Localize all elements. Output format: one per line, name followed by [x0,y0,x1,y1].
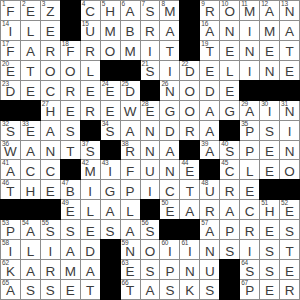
cell-letter: E [41,185,60,199]
cell-letter: S [1,125,20,139]
grid-cell[interactable]: I [240,240,259,259]
cell-letter: U [141,165,160,179]
cell-letter: T [81,284,100,298]
cell-letter: E [61,105,80,119]
cell-letter: E [220,85,239,99]
black-square [101,280,120,299]
grid-cell[interactable]: 20E [1,61,20,80]
grid-cell[interactable]: S [280,220,299,239]
cell-letter: S [260,265,279,279]
grid-cell[interactable]: T [61,141,80,160]
grid-cell[interactable]: E [21,81,40,100]
grid-cell[interactable]: S [61,121,80,140]
grid-cell[interactable]: R [220,180,239,199]
grid-cell[interactable]: M [61,260,80,279]
grid-cell[interactable]: 1F [1,1,20,20]
grid-cell[interactable]: 14I [1,21,20,40]
grid-cell[interactable]: 10O [220,1,239,20]
grid-cell[interactable]: 54A [21,220,40,239]
cell-letter: S [141,5,160,19]
cell-letter: M [81,165,100,179]
cell-letter: D [180,65,199,79]
grid-cell[interactable]: A [121,220,140,239]
grid-cell[interactable]: C [41,160,60,179]
black-square [280,180,299,199]
grid-cell[interactable]: 34S [101,121,120,140]
cell-letter: O [101,45,120,59]
grid-cell[interactable]: 5H [101,1,120,20]
grid-cell[interactable]: A [180,200,199,219]
black-square [101,61,120,80]
grid-cell[interactable]: C [21,160,40,179]
grid-cell[interactable]: T [280,41,299,60]
grid-cell[interactable]: R [180,121,199,140]
cell-letter: R [121,145,140,159]
cell-letter: P [1,225,20,239]
grid-cell[interactable]: E [101,101,120,120]
grid-cell[interactable]: S [200,280,219,299]
grid-cell[interactable]: S [21,280,40,299]
grid-cell[interactable]: 43I [101,160,120,179]
black-square [180,141,199,160]
grid-cell[interactable]: 38R [121,141,140,160]
cell-letter: I [160,65,179,79]
grid-cell[interactable]: M [260,21,279,40]
grid-cell[interactable]: A [141,280,160,299]
cell-letter: S [141,265,160,279]
grid-cell[interactable]: E [260,160,279,179]
grid-cell[interactable]: U [141,160,160,179]
cell-letter: S [260,125,279,139]
cell-letter: C [41,85,60,99]
grid-cell[interactable]: O [101,41,120,60]
cell-letter: N [180,265,199,279]
grid-cell[interactable]: S [220,240,239,259]
black-square [180,41,199,60]
grid-cell[interactable]: S [101,220,120,239]
grid-cell[interactable]: M [101,21,120,40]
grid-cell[interactable]: B [121,21,140,40]
cell-letter: I [240,65,259,79]
grid-cell[interactable]: 17F [1,41,20,60]
black-square [41,200,60,219]
cell-letter: E [121,265,140,279]
cell-letter: E [61,205,80,219]
grid-cell[interactable]: 67P [240,280,259,299]
grid-cell[interactable]: C [41,81,60,100]
grid-cell[interactable]: 56S [141,220,160,239]
grid-cell[interactable]: D [200,81,219,100]
grid-cell[interactable]: 31N [280,101,299,120]
grid-cell[interactable]: 60I [160,240,179,259]
grid-cell[interactable]: 36W [1,141,20,160]
grid-cell[interactable]: 61I [180,240,199,259]
grid-cell[interactable]: 33E [21,121,40,140]
grid-cell[interactable]: 48U [200,180,219,199]
cell-letter: R [280,284,299,298]
cell-letter: M [260,25,279,39]
grid-cell[interactable]: 35P [240,121,259,140]
grid-cell[interactable]: 16A [200,21,219,40]
grid-cell[interactable]: 44E [180,160,199,179]
cell-letter: F [61,45,80,59]
grid-cell[interactable]: R [81,41,100,60]
cell-letter: T [280,245,299,259]
grid-cell[interactable]: I [81,180,100,199]
grid-cell[interactable]: R [200,200,219,219]
cell-letter: N [220,25,239,39]
cell-letter: C [240,205,259,219]
grid-cell[interactable]: R [61,81,80,100]
grid-cell[interactable]: A [200,101,219,120]
grid-cell[interactable]: A [220,200,239,219]
cell-letter: S [260,245,279,259]
grid-cell[interactable]: N [180,260,199,279]
grid-cell[interactable]: T [280,240,299,259]
grid-cell[interactable]: N [160,160,179,179]
cell-letter: A [200,25,219,39]
grid-cell[interactable]: A [61,240,80,259]
cell-letter: N [280,145,299,159]
grid-cell[interactable]: 24E [101,81,120,100]
cell-letter: N [280,105,299,119]
cell-letter: S [81,145,100,159]
grid-cell[interactable]: R [280,280,299,299]
grid-cell[interactable]: 23D [1,81,20,100]
cell-letter: E [200,65,219,79]
cell-letter: T [61,145,80,159]
grid-cell[interactable]: 7S [141,1,160,20]
grid-cell[interactable]: S [41,280,60,299]
cell-letter: U [200,185,219,199]
black-square [1,101,20,120]
grid-cell[interactable]: 18F [61,41,80,60]
cell-letter: L [81,205,100,219]
grid-cell[interactable]: 64S [240,260,259,279]
black-square [141,81,160,100]
cell-letter: A [240,105,259,119]
grid-cell[interactable]: E [260,141,279,160]
grid-cell[interactable]: I [240,61,259,80]
grid-cell[interactable]: A [200,121,219,140]
cell-letter: O [280,165,299,179]
grid-cell[interactable]: N [141,141,160,160]
grid-cell[interactable]: A [160,141,179,160]
grid-cell[interactable]: 25D [121,81,140,100]
grid-cell[interactable]: I [141,180,160,199]
cell-letter: H [41,105,60,119]
cell-letter: R [81,45,100,59]
grid-cell[interactable]: N [240,41,259,60]
grid-cell[interactable]: 22D [180,61,199,80]
grid-cell[interactable]: I [280,121,299,140]
grid-cell[interactable]: U [200,260,219,279]
grid-cell[interactable]: 53P [1,220,20,239]
grid-cell[interactable]: 27H [41,101,60,120]
grid-cell[interactable]: E [220,41,239,60]
grid-cell[interactable]: 2E [21,1,40,20]
cell-letter: W [1,145,20,159]
grid-cell[interactable]: 4C [81,1,100,20]
grid-cell[interactable]: 66T [121,280,140,299]
cell-letter: E [260,145,279,159]
grid-cell[interactable]: 39A [200,141,219,160]
grid-cell[interactable]: S [141,260,160,279]
grid-cell[interactable]: 41A [1,160,20,179]
grid-cell[interactable]: 8M [160,1,179,20]
cell-letter: E [160,205,179,219]
cell-letter: R [41,45,60,59]
cell-letter: C [81,5,100,19]
grid-cell[interactable]: 55S [41,220,60,239]
cell-letter: I [240,245,259,259]
grid-cell[interactable]: A [101,200,120,219]
cell-letter: S [220,145,239,159]
grid-cell[interactable]: 51H [260,200,279,219]
cell-letter: S [41,225,60,239]
grid-cell[interactable]: D [81,240,100,259]
grid-cell[interactable]: E [61,101,80,120]
cell-letter: D [121,85,140,99]
grid-cell[interactable]: G [101,180,120,199]
grid-cell[interactable]: L [240,160,259,179]
black-square [280,81,299,100]
cell-letter: A [200,105,219,119]
grid-cell[interactable]: I [41,240,60,259]
grid-cell[interactable]: 11M [240,1,259,20]
grid-cell[interactable]: I [141,41,160,60]
grid-cell[interactable]: S [160,280,179,299]
grid-cell[interactable]: E [280,260,299,279]
grid-cell[interactable]: 32S [1,121,20,140]
grid-cell[interactable]: N [260,61,279,80]
cell-letter: S [141,225,160,239]
grid-cell[interactable]: E [220,81,239,100]
cell-letter: E [61,284,80,298]
cell-letter: R [220,185,239,199]
grid-cell[interactable]: I [160,61,179,80]
cell-letter: E [260,284,279,298]
grid-cell[interactable]: H [21,180,40,199]
grid-cell[interactable]: N [41,141,60,160]
grid-cell[interactable]: 30I [260,101,279,120]
grid-cell[interactable]: M [121,41,140,60]
grid-cell[interactable]: O [41,61,60,80]
grid-cell[interactable]: 63E [121,260,140,279]
cell-letter: S [21,284,40,298]
grid-cell[interactable]: A [81,260,100,279]
cell-letter: T [280,45,299,59]
grid-cell[interactable]: E [260,280,279,299]
grid-cell[interactable]: E [240,180,259,199]
black-square [180,1,199,20]
grid-cell[interactable]: G [160,101,179,120]
cell-letter: A [280,25,299,39]
grid-cell[interactable]: 50E [160,200,179,219]
grid-cell[interactable]: A [160,21,179,40]
grid-cell[interactable]: R [41,260,60,279]
cell-letter: E [81,225,100,239]
grid-cell[interactable]: 58I [1,240,20,259]
grid-cell[interactable]: T [81,280,100,299]
grid-cell[interactable]: S [260,240,279,259]
grid-cell[interactable]: R [41,41,60,60]
cell-letter: E [260,45,279,59]
grid-cell[interactable]: E [260,41,279,60]
black-square [260,180,279,199]
cell-letter: A [21,145,40,159]
grid-cell[interactable]: O [180,101,199,120]
grid-cell[interactable]: 47B [61,180,80,199]
grid-cell[interactable]: P [220,220,239,239]
cell-letter: L [240,165,259,179]
grid-cell[interactable]: 28E [141,101,160,120]
grid-cell[interactable]: S [260,121,279,140]
grid-cell[interactable]: L [21,240,40,259]
grid-cell[interactable]: O [61,61,80,80]
cell-letter: C [41,165,60,179]
cell-letter: E [41,25,60,39]
cell-letter: N [200,245,219,259]
cell-letter: T [1,185,20,199]
cell-letter: E [1,65,20,79]
cell-letter: I [180,245,199,259]
grid-cell[interactable]: A [21,141,40,160]
grid-cell[interactable]: L [121,200,140,219]
grid-cell[interactable]: I [240,21,259,40]
grid-cell[interactable]: N [200,240,219,259]
cell-letter: P [240,145,259,159]
grid-cell[interactable]: E [41,21,60,40]
grid-cell[interactable]: 3Z [41,1,60,20]
grid-cell[interactable]: 37S [81,141,100,160]
grid-cell[interactable]: 42M [81,160,100,179]
black-square [200,160,219,179]
grid-cell[interactable]: C [160,180,179,199]
black-square [160,220,179,239]
grid-cell[interactable]: C [240,200,259,219]
grid-cell[interactable]: S [61,220,80,239]
grid-cell[interactable]: 65A [1,280,20,299]
grid-cell[interactable]: 62K [1,260,20,279]
grid-cell[interactable]: 46T [1,180,20,199]
grid-cell[interactable]: 40S [220,141,239,160]
cell-letter: N [160,165,179,179]
grid-cell[interactable]: O [280,160,299,179]
cell-letter: A [121,225,140,239]
grid-cell[interactable]: 52E [280,200,299,219]
grid-cell[interactable]: E [81,220,100,239]
grid-cell[interactable]: E [41,180,60,199]
black-square [61,21,80,40]
cell-letter: A [21,225,40,239]
cell-letter: T [121,284,140,298]
grid-cell[interactable]: 29A [240,101,259,120]
grid-cell[interactable]: 21S [141,61,160,80]
grid-cell[interactable]: T [160,41,179,60]
grid-cell[interactable]: N [220,21,239,40]
grid-cell[interactable]: A [21,260,40,279]
cell-letter: R [180,125,199,139]
grid-cell[interactable]: N [280,141,299,160]
cell-letter: A [200,125,219,139]
cell-letter: E [280,265,299,279]
grid-cell[interactable]: P [121,180,140,199]
grid-cell[interactable]: L [81,200,100,219]
grid-cell[interactable]: R [141,21,160,40]
grid-cell[interactable]: A [121,121,140,140]
grid-cell[interactable]: 19T [200,41,219,60]
grid-cell[interactable]: 45C [220,160,239,179]
grid-cell[interactable]: P [240,141,259,160]
grid-cell[interactable]: E [81,81,100,100]
grid-cell[interactable]: O [141,240,160,259]
grid-cell[interactable]: F [121,160,140,179]
grid-cell[interactable]: E [61,280,80,299]
cell-letter: G [220,105,239,119]
grid-cell[interactable]: S [260,260,279,279]
grid-cell[interactable]: N [141,121,160,140]
grid-cell[interactable]: 13N [280,1,299,20]
grid-cell[interactable]: 49E [61,200,80,219]
grid-cell[interactable]: G [220,101,239,120]
cell-letter: E [220,45,239,59]
grid-cell[interactable]: 6A [121,1,140,20]
cell-letter: R [81,105,100,119]
grid-cell[interactable]: D [160,121,179,140]
cell-letter: E [141,105,160,119]
grid-cell[interactable]: A [280,21,299,40]
grid-cell[interactable]: R [81,101,100,120]
cell-letter: L [220,65,239,79]
grid-cell[interactable]: T [180,180,199,199]
grid-cell[interactable]: 15U [81,21,100,40]
grid-cell[interactable]: 26N [160,81,179,100]
grid-cell[interactable]: K [180,280,199,299]
cell-letter: E [21,5,40,19]
cell-letter: N [141,145,160,159]
cell-letter: N [160,85,179,99]
grid-cell[interactable]: L [220,61,239,80]
grid-cell[interactable]: E [260,220,279,239]
grid-cell[interactable]: L [21,21,40,40]
cell-letter: S [101,125,120,139]
grid-cell[interactable]: O [180,81,199,100]
grid-cell[interactable]: E [200,61,219,80]
grid-cell[interactable]: E [280,61,299,80]
cell-letter: A [180,205,199,219]
black-square [240,81,259,100]
grid-cell[interactable]: 9R [200,1,219,20]
cell-letter: E [21,85,40,99]
grid-cell[interactable]: 57A [200,220,219,239]
grid-cell[interactable]: T [21,61,40,80]
grid-cell[interactable]: A [41,121,60,140]
black-square [101,240,120,259]
grid-cell[interactable]: A [21,41,40,60]
grid-cell[interactable]: 12A [260,1,279,20]
cell-letter: D [200,85,219,99]
grid-cell[interactable]: R [240,220,259,239]
grid-cell[interactable]: W [121,101,140,120]
black-square [21,200,40,219]
grid-cell[interactable]: L [81,61,100,80]
grid-cell[interactable]: 59N [121,240,140,259]
grid-cell[interactable]: P [160,260,179,279]
cell-letter: S [220,245,239,259]
cell-letter: A [200,225,219,239]
cell-letter: I [240,25,259,39]
